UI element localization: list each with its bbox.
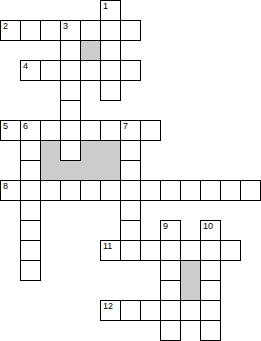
answer-cell-r9c8[interactable] (160, 180, 181, 201)
answer-cell-r15c7[interactable] (140, 300, 161, 321)
blocked-cell-r7c2 (40, 140, 61, 161)
blocked-cell-r8c5 (100, 160, 121, 181)
answer-cell-r13c10[interactable] (200, 260, 221, 281)
answer-cell-r3c5[interactable] (100, 60, 121, 81)
answer-cell-r9c9[interactable] (180, 180, 201, 201)
answer-cell-r12c10[interactable] (200, 240, 221, 261)
answer-cell-r8c1[interactable] (20, 160, 41, 181)
blocked-cell-r7c4 (80, 140, 101, 161)
answer-cell-r9c5[interactable] (100, 180, 121, 201)
answer-cell-r7c6[interactable] (120, 140, 141, 161)
answer-cell-r10c1[interactable] (20, 200, 41, 221)
answer-cell-r15c6[interactable] (120, 300, 141, 321)
answer-cell-r9c7[interactable] (140, 180, 161, 201)
answer-cell-r13c8[interactable] (160, 260, 181, 281)
answer-cell-r12c6[interactable] (120, 240, 141, 261)
clue-number-9: 9 (163, 221, 168, 231)
answer-cell-r6c3[interactable] (60, 120, 81, 141)
answer-cell-r5c3[interactable] (60, 100, 81, 121)
clue-number-1: 1 (103, 1, 108, 11)
blocked-cell-r8c3 (60, 160, 81, 181)
answer-cell-r9c3[interactable] (60, 180, 81, 201)
answer-cell-r11c8[interactable]: 9 (160, 220, 181, 241)
clue-number-3: 3 (63, 21, 68, 31)
blocked-cell-r8c2 (40, 160, 61, 181)
answer-cell-r1c5[interactable] (100, 20, 121, 41)
answer-cell-r12c8[interactable] (160, 240, 181, 261)
answer-cell-r4c5[interactable] (100, 80, 121, 101)
answer-cell-r2c3[interactable] (60, 40, 81, 61)
answer-cell-r15c8[interactable] (160, 300, 181, 321)
answer-cell-r1c2[interactable] (40, 20, 61, 41)
answer-cell-r3c2[interactable] (40, 60, 61, 81)
answer-cell-r9c12[interactable] (240, 180, 261, 201)
answer-cell-r3c3[interactable] (60, 60, 81, 81)
answer-cell-r9c1[interactable] (20, 180, 41, 201)
clue-number-7: 7 (123, 121, 128, 131)
answer-cell-r2c5[interactable] (100, 40, 121, 61)
answer-cell-r12c5[interactable]: 11 (100, 240, 121, 261)
answer-cell-r11c1[interactable] (20, 220, 41, 241)
answer-cell-r9c0[interactable]: 8 (0, 180, 21, 201)
answer-cell-r16c8[interactable] (160, 320, 181, 341)
answer-cell-r1c4[interactable] (80, 20, 101, 41)
clue-number-6: 6 (23, 121, 28, 131)
answer-cell-r1c0[interactable]: 2 (0, 20, 21, 41)
answer-cell-r6c6[interactable]: 7 (120, 120, 141, 141)
answer-cell-r4c3[interactable] (60, 80, 81, 101)
answer-cell-r6c1[interactable]: 6 (20, 120, 41, 141)
answer-cell-r7c3[interactable] (60, 140, 81, 161)
answer-cell-r14c10[interactable] (200, 280, 221, 301)
answer-cell-r8c6[interactable] (120, 160, 141, 181)
clue-number-10: 10 (203, 221, 213, 231)
answer-cell-r12c9[interactable] (180, 240, 201, 261)
answer-cell-r9c10[interactable] (200, 180, 221, 201)
answer-cell-r11c6[interactable] (120, 220, 141, 241)
crossword-grid: 123456789101112 (0, 0, 261, 341)
answer-cell-r6c7[interactable] (140, 120, 161, 141)
answer-cell-r3c4[interactable] (80, 60, 101, 81)
blocked-cell-r7c5 (100, 140, 121, 161)
answer-cell-r9c11[interactable] (220, 180, 241, 201)
answer-cell-r1c1[interactable] (20, 20, 41, 41)
answer-cell-r9c6[interactable] (120, 180, 141, 201)
answer-cell-r7c1[interactable] (20, 140, 41, 161)
answer-cell-r0c5[interactable]: 1 (100, 0, 121, 21)
blocked-cell-r14c9 (180, 280, 201, 301)
blocked-cell-r8c4 (80, 160, 101, 181)
answer-cell-r12c7[interactable] (140, 240, 161, 261)
clue-number-4: 4 (23, 61, 28, 71)
blocked-cell-r2c4 (80, 40, 101, 61)
answer-cell-r13c1[interactable] (20, 260, 41, 281)
answer-cell-r9c2[interactable] (40, 180, 61, 201)
answer-cell-r6c0[interactable]: 5 (0, 120, 21, 141)
answer-cell-r6c2[interactable] (40, 120, 61, 141)
answer-cell-r9c4[interactable] (80, 180, 101, 201)
answer-cell-r6c5[interactable] (100, 120, 121, 141)
answer-cell-r15c10[interactable] (200, 300, 221, 321)
answer-cell-r10c6[interactable] (120, 200, 141, 221)
answer-cell-r3c1[interactable]: 4 (20, 60, 41, 81)
clue-number-2: 2 (3, 21, 8, 31)
answer-cell-r3c6[interactable] (120, 60, 141, 81)
answer-cell-r16c10[interactable] (200, 320, 221, 341)
answer-cell-r12c1[interactable] (20, 240, 41, 261)
answer-cell-r15c9[interactable] (180, 300, 201, 321)
answer-cell-r1c3[interactable]: 3 (60, 20, 81, 41)
clue-number-11: 11 (103, 241, 112, 251)
answer-cell-r1c6[interactable] (120, 20, 141, 41)
answer-cell-r11c10[interactable]: 10 (200, 220, 221, 241)
answer-cell-r14c8[interactable] (160, 280, 181, 301)
crossword-puzzle: 123456789101112 (0, 0, 261, 341)
clue-number-12: 12 (103, 301, 113, 311)
answer-cell-r12c11[interactable] (220, 240, 241, 261)
clue-number-5: 5 (3, 121, 8, 131)
answer-cell-r6c4[interactable] (80, 120, 101, 141)
clue-number-8: 8 (3, 181, 8, 191)
answer-cell-r15c5[interactable]: 12 (100, 300, 121, 321)
blocked-cell-r13c9 (180, 260, 201, 281)
